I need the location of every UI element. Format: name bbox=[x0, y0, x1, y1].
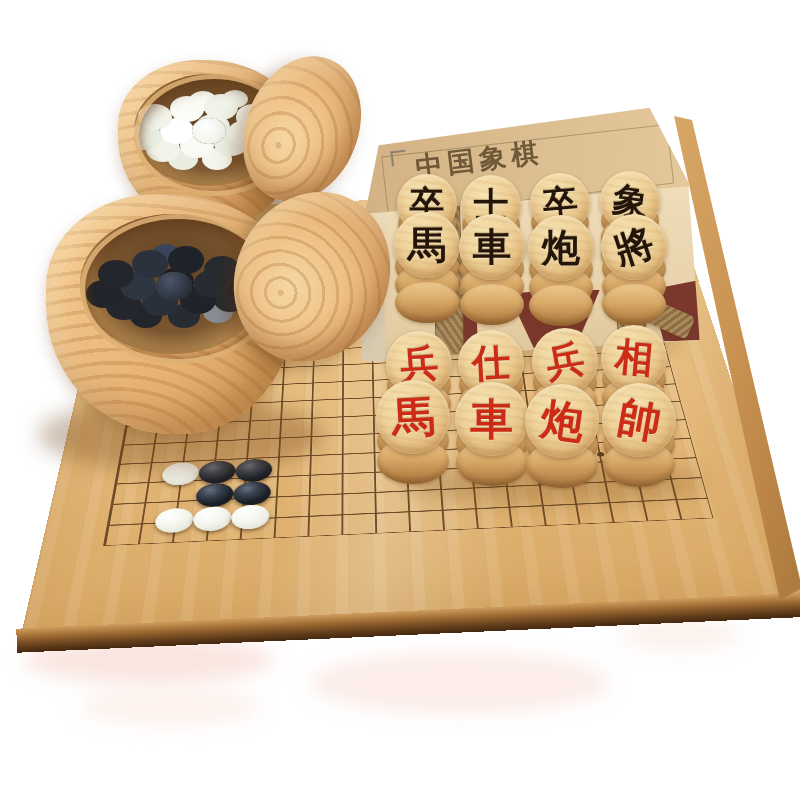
star-point bbox=[225, 363, 232, 367]
pieces-shadow bbox=[398, 462, 703, 504]
xiangqi-box: 中国象棋 bbox=[352, 100, 709, 374]
go-stone-white bbox=[154, 507, 195, 533]
box-woven-strap bbox=[430, 192, 465, 361]
box-woven-strap bbox=[612, 186, 647, 355]
star-point bbox=[409, 461, 416, 466]
go-stone-black bbox=[195, 482, 235, 507]
go-stone-black bbox=[232, 481, 271, 506]
bowl-shadow bbox=[38, 398, 323, 472]
star-point bbox=[597, 452, 605, 457]
go-stone-white bbox=[230, 504, 270, 530]
box-corner-mark bbox=[390, 150, 407, 167]
xiangqi-box-front bbox=[358, 184, 704, 364]
box-maroon-decoration bbox=[508, 290, 602, 349]
product-photo-scene: 中国象棋 卒士卒象馬車炮將兵仕兵相馬車炮帥 bbox=[0, 0, 800, 800]
star-point bbox=[235, 274, 241, 277]
xiangqi-box-left-face bbox=[359, 263, 386, 363]
bowl-shadow bbox=[120, 198, 325, 260]
go-stone-white bbox=[192, 506, 232, 532]
